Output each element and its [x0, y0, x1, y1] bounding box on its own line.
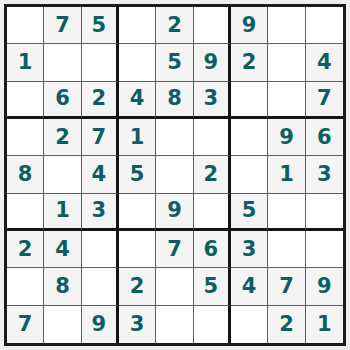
cell-r5c3: 4: [82, 156, 119, 193]
cell-r8c7: 4: [231, 268, 268, 305]
cell-r4c4: 1: [119, 119, 156, 156]
cell-r7c6: 6: [194, 231, 231, 268]
cell-r3c6: 3: [194, 82, 231, 119]
cell-r7c9[interactable]: [306, 231, 343, 268]
cell-r6c8[interactable]: [268, 194, 305, 231]
cell-r3c9: 7: [306, 82, 343, 119]
cell-r5c9: 3: [306, 156, 343, 193]
cell-r9c5[interactable]: [156, 306, 193, 343]
cell-r4c2: 2: [44, 119, 81, 156]
cell-r1c2: 7: [44, 7, 81, 44]
cell-r8c3[interactable]: [82, 268, 119, 305]
cell-r7c4[interactable]: [119, 231, 156, 268]
cell-r5c2[interactable]: [44, 156, 81, 193]
cell-r8c2: 8: [44, 268, 81, 305]
cell-r6c4[interactable]: [119, 194, 156, 231]
cell-r2c4[interactable]: [119, 44, 156, 81]
cell-r9c2[interactable]: [44, 306, 81, 343]
cell-r6c1[interactable]: [7, 194, 44, 231]
cell-r4c5[interactable]: [156, 119, 193, 156]
cell-r5c6: 2: [194, 156, 231, 193]
sudoku-board: 7529159246248372719684521313952476382547…: [7, 7, 343, 343]
cell-r8c6: 5: [194, 268, 231, 305]
cell-r6c5: 9: [156, 194, 193, 231]
cell-r1c8[interactable]: [268, 7, 305, 44]
cell-r9c6[interactable]: [194, 306, 231, 343]
cell-r4c8: 9: [268, 119, 305, 156]
cell-r6c7: 5: [231, 194, 268, 231]
cell-r1c1[interactable]: [7, 7, 44, 44]
cell-r5c4: 5: [119, 156, 156, 193]
cell-r5c5[interactable]: [156, 156, 193, 193]
cell-r3c4: 4: [119, 82, 156, 119]
cell-r6c9[interactable]: [306, 194, 343, 231]
cell-r3c8[interactable]: [268, 82, 305, 119]
cell-r8c4: 2: [119, 268, 156, 305]
cell-r1c6[interactable]: [194, 7, 231, 44]
cell-r7c2: 4: [44, 231, 81, 268]
cell-r8c1[interactable]: [7, 268, 44, 305]
cell-r5c1: 8: [7, 156, 44, 193]
cell-r9c1: 7: [7, 306, 44, 343]
cell-r5c8: 1: [268, 156, 305, 193]
cell-r3c1[interactable]: [7, 82, 44, 119]
cell-r6c3: 3: [82, 194, 119, 231]
cell-r4c9: 6: [306, 119, 343, 156]
cell-r7c5: 7: [156, 231, 193, 268]
cell-r2c2[interactable]: [44, 44, 81, 81]
cell-r3c7[interactable]: [231, 82, 268, 119]
cell-r9c9: 1: [306, 306, 343, 343]
cell-r4c7[interactable]: [231, 119, 268, 156]
cell-r2c9: 4: [306, 44, 343, 81]
cell-r2c1: 1: [7, 44, 44, 81]
cell-r9c3: 9: [82, 306, 119, 343]
cell-r9c8: 2: [268, 306, 305, 343]
cell-r2c7: 2: [231, 44, 268, 81]
cell-r2c5: 5: [156, 44, 193, 81]
cell-r2c6: 9: [194, 44, 231, 81]
cell-r9c7[interactable]: [231, 306, 268, 343]
cell-r1c7: 9: [231, 7, 268, 44]
cell-r7c8[interactable]: [268, 231, 305, 268]
cell-r1c4[interactable]: [119, 7, 156, 44]
cell-r8c5[interactable]: [156, 268, 193, 305]
cell-r1c3: 5: [82, 7, 119, 44]
cell-r6c6[interactable]: [194, 194, 231, 231]
cell-r3c5: 8: [156, 82, 193, 119]
cell-r3c3: 2: [82, 82, 119, 119]
cell-r1c5: 2: [156, 7, 193, 44]
cell-r2c3[interactable]: [82, 44, 119, 81]
cell-r3c2: 6: [44, 82, 81, 119]
cell-r8c8: 7: [268, 268, 305, 305]
cell-r7c3[interactable]: [82, 231, 119, 268]
sudoku-board-frame: 7529159246248372719684521313952476382547…: [4, 4, 346, 346]
cell-r5c7[interactable]: [231, 156, 268, 193]
cell-r9c4: 3: [119, 306, 156, 343]
cell-r7c7: 3: [231, 231, 268, 268]
cell-r2c8[interactable]: [268, 44, 305, 81]
cell-r4c1[interactable]: [7, 119, 44, 156]
cell-r7c1: 2: [7, 231, 44, 268]
cell-r1c9[interactable]: [306, 7, 343, 44]
cell-r6c2: 1: [44, 194, 81, 231]
cell-r4c3: 7: [82, 119, 119, 156]
cell-r4c6[interactable]: [194, 119, 231, 156]
cell-r8c9: 9: [306, 268, 343, 305]
